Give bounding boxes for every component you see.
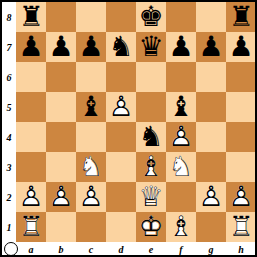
black-rook: ♜︎: [226, 2, 256, 32]
rank-label-4: 4: [2, 122, 16, 152]
square-d1[interactable]: [106, 212, 136, 242]
white-knight-outline: ♘︎: [166, 152, 196, 182]
square-c2[interactable]: ♟︎♙︎: [76, 182, 106, 212]
white-rook: ♜︎: [16, 212, 46, 242]
square-d6[interactable]: [106, 62, 136, 92]
black-bishop: ♝︎: [166, 92, 196, 122]
square-d3[interactable]: [106, 152, 136, 182]
square-h2[interactable]: ♟︎♙︎: [226, 182, 256, 212]
white-queen: ♛︎: [136, 182, 166, 212]
square-g4[interactable]: [196, 122, 226, 152]
white-rook: ♜︎: [226, 212, 256, 242]
square-c5[interactable]: ♝︎: [76, 92, 106, 122]
black-king: ♚︎: [136, 2, 166, 32]
white-knight-outline: ♘︎: [76, 152, 106, 182]
square-a2[interactable]: ♟︎♙︎: [16, 182, 46, 212]
black-pawn: ♟︎: [76, 32, 106, 62]
square-h8[interactable]: ♜︎: [226, 2, 256, 32]
square-d4[interactable]: [106, 122, 136, 152]
square-g2[interactable]: ♟︎♙︎: [196, 182, 226, 212]
square-a3[interactable]: [16, 152, 46, 182]
square-b6[interactable]: [46, 62, 76, 92]
square-h6[interactable]: [226, 62, 256, 92]
square-d7[interactable]: ♞︎: [106, 32, 136, 62]
square-f1[interactable]: ♝︎♗︎: [166, 212, 196, 242]
square-g8[interactable]: [196, 2, 226, 32]
white-pawn: ♟︎: [196, 182, 226, 212]
square-h3[interactable]: [226, 152, 256, 182]
square-f7[interactable]: ♟︎: [166, 32, 196, 62]
white-to-move-indicator: [4, 242, 18, 256]
square-f5[interactable]: ♝︎: [166, 92, 196, 122]
square-f2[interactable]: [166, 182, 196, 212]
white-queen-outline: ♕︎: [136, 182, 166, 212]
rank-label-6: 6: [2, 62, 16, 92]
square-e6[interactable]: [136, 62, 166, 92]
white-pawn-outline: ♙︎: [16, 182, 46, 212]
white-bishop: ♝︎: [136, 152, 166, 182]
square-b7[interactable]: ♟︎: [46, 32, 76, 62]
square-d2[interactable]: [106, 182, 136, 212]
rank-label-3: 3: [2, 152, 16, 182]
chess-diagram: ♜︎♚︎♜︎♟︎♟︎♟︎♞︎♛︎♟︎♟︎♟︎♝︎♟︎♙︎♝︎♞︎♟︎♙︎♞︎♘︎…: [0, 0, 257, 257]
square-h5[interactable]: [226, 92, 256, 122]
rank-label-8: 8: [2, 2, 16, 32]
square-a1[interactable]: ♜︎♖︎: [16, 212, 46, 242]
file-label-c: c: [76, 242, 106, 256]
file-label-h: h: [226, 242, 256, 256]
file-label-g: g: [196, 242, 226, 256]
square-g1[interactable]: [196, 212, 226, 242]
black-rook: ♜︎: [16, 2, 46, 32]
black-pawn: ♟︎: [46, 32, 76, 62]
square-h1[interactable]: ♜︎♖︎: [226, 212, 256, 242]
square-g6[interactable]: [196, 62, 226, 92]
square-c3[interactable]: ♞︎♘︎: [76, 152, 106, 182]
white-king-outline: ♔︎: [136, 212, 166, 242]
square-e3[interactable]: ♝︎♗︎: [136, 152, 166, 182]
square-g3[interactable]: [196, 152, 226, 182]
white-pawn-outline: ♙︎: [46, 182, 76, 212]
square-c7[interactable]: ♟︎: [76, 32, 106, 62]
rank-label-1: 1: [2, 212, 16, 242]
square-b2[interactable]: ♟︎♙︎: [46, 182, 76, 212]
white-knight: ♞︎: [76, 152, 106, 182]
square-d5[interactable]: ♟︎♙︎: [106, 92, 136, 122]
rank-label-2: 2: [2, 182, 16, 212]
white-pawn-outline: ♙︎: [166, 122, 196, 152]
black-bishop: ♝︎: [76, 92, 106, 122]
white-pawn-outline: ♙︎: [196, 182, 226, 212]
square-e5[interactable]: [136, 92, 166, 122]
square-e1[interactable]: ♚︎♔︎: [136, 212, 166, 242]
white-pawn: ♟︎: [16, 182, 46, 212]
square-e7[interactable]: ♛︎: [136, 32, 166, 62]
square-b8[interactable]: [46, 2, 76, 32]
square-d8[interactable]: [106, 2, 136, 32]
square-h4[interactable]: [226, 122, 256, 152]
square-a4[interactable]: [16, 122, 46, 152]
square-b3[interactable]: [46, 152, 76, 182]
file-label-b: b: [46, 242, 76, 256]
square-h7[interactable]: ♟︎: [226, 32, 256, 62]
black-pawn: ♟︎: [166, 32, 196, 62]
white-pawn-outline: ♙︎: [106, 92, 136, 122]
black-knight: ♞︎: [136, 122, 166, 152]
white-rook-outline: ♖︎: [226, 212, 256, 242]
square-c4[interactable]: [76, 122, 106, 152]
square-a6[interactable]: [16, 62, 46, 92]
white-pawn: ♟︎: [166, 122, 196, 152]
black-queen: ♛︎: [136, 32, 166, 62]
rank-label-7: 7: [2, 32, 16, 62]
file-labels: abcdefgh: [16, 242, 256, 256]
black-pawn: ♟︎: [196, 32, 226, 62]
square-f6[interactable]: [166, 62, 196, 92]
white-rook-outline: ♖︎: [16, 212, 46, 242]
square-e2[interactable]: ♛︎♕︎: [136, 182, 166, 212]
white-pawn-outline: ♙︎: [226, 182, 256, 212]
square-b5[interactable]: [46, 92, 76, 122]
white-pawn: ♟︎: [76, 182, 106, 212]
square-g5[interactable]: [196, 92, 226, 122]
black-knight: ♞︎: [106, 32, 136, 62]
white-pawn: ♟︎: [226, 182, 256, 212]
black-pawn: ♟︎: [226, 32, 256, 62]
file-label-f: f: [166, 242, 196, 256]
black-pawn: ♟︎: [16, 32, 46, 62]
file-label-e: e: [136, 242, 166, 256]
square-b1[interactable]: [46, 212, 76, 242]
white-knight: ♞︎: [166, 152, 196, 182]
square-g7[interactable]: ♟︎: [196, 32, 226, 62]
file-label-a: a: [16, 242, 46, 256]
square-e8[interactable]: ♚︎: [136, 2, 166, 32]
square-b4[interactable]: [46, 122, 76, 152]
white-king: ♚︎: [136, 212, 166, 242]
white-bishop-outline: ♗︎: [166, 212, 196, 242]
square-c8[interactable]: [76, 2, 106, 32]
square-a7[interactable]: ♟︎: [16, 32, 46, 62]
rank-label-5: 5: [2, 92, 16, 122]
square-a8[interactable]: ♜︎: [16, 2, 46, 32]
square-e4[interactable]: ♞︎: [136, 122, 166, 152]
square-a5[interactable]: [16, 92, 46, 122]
white-pawn-outline: ♙︎: [76, 182, 106, 212]
white-pawn: ♟︎: [46, 182, 76, 212]
square-f4[interactable]: ♟︎♙︎: [166, 122, 196, 152]
white-bishop-outline: ♗︎: [136, 152, 166, 182]
file-label-d: d: [106, 242, 136, 256]
white-bishop: ♝︎: [166, 212, 196, 242]
chess-board: ♜︎♚︎♜︎♟︎♟︎♟︎♞︎♛︎♟︎♟︎♟︎♝︎♟︎♙︎♝︎♞︎♟︎♙︎♞︎♘︎…: [16, 2, 256, 242]
square-f3[interactable]: ♞︎♘︎: [166, 152, 196, 182]
square-c6[interactable]: [76, 62, 106, 92]
square-c1[interactable]: [76, 212, 106, 242]
white-pawn: ♟︎: [106, 92, 136, 122]
rank-labels: 87654321: [2, 2, 16, 242]
square-f8[interactable]: [166, 2, 196, 32]
